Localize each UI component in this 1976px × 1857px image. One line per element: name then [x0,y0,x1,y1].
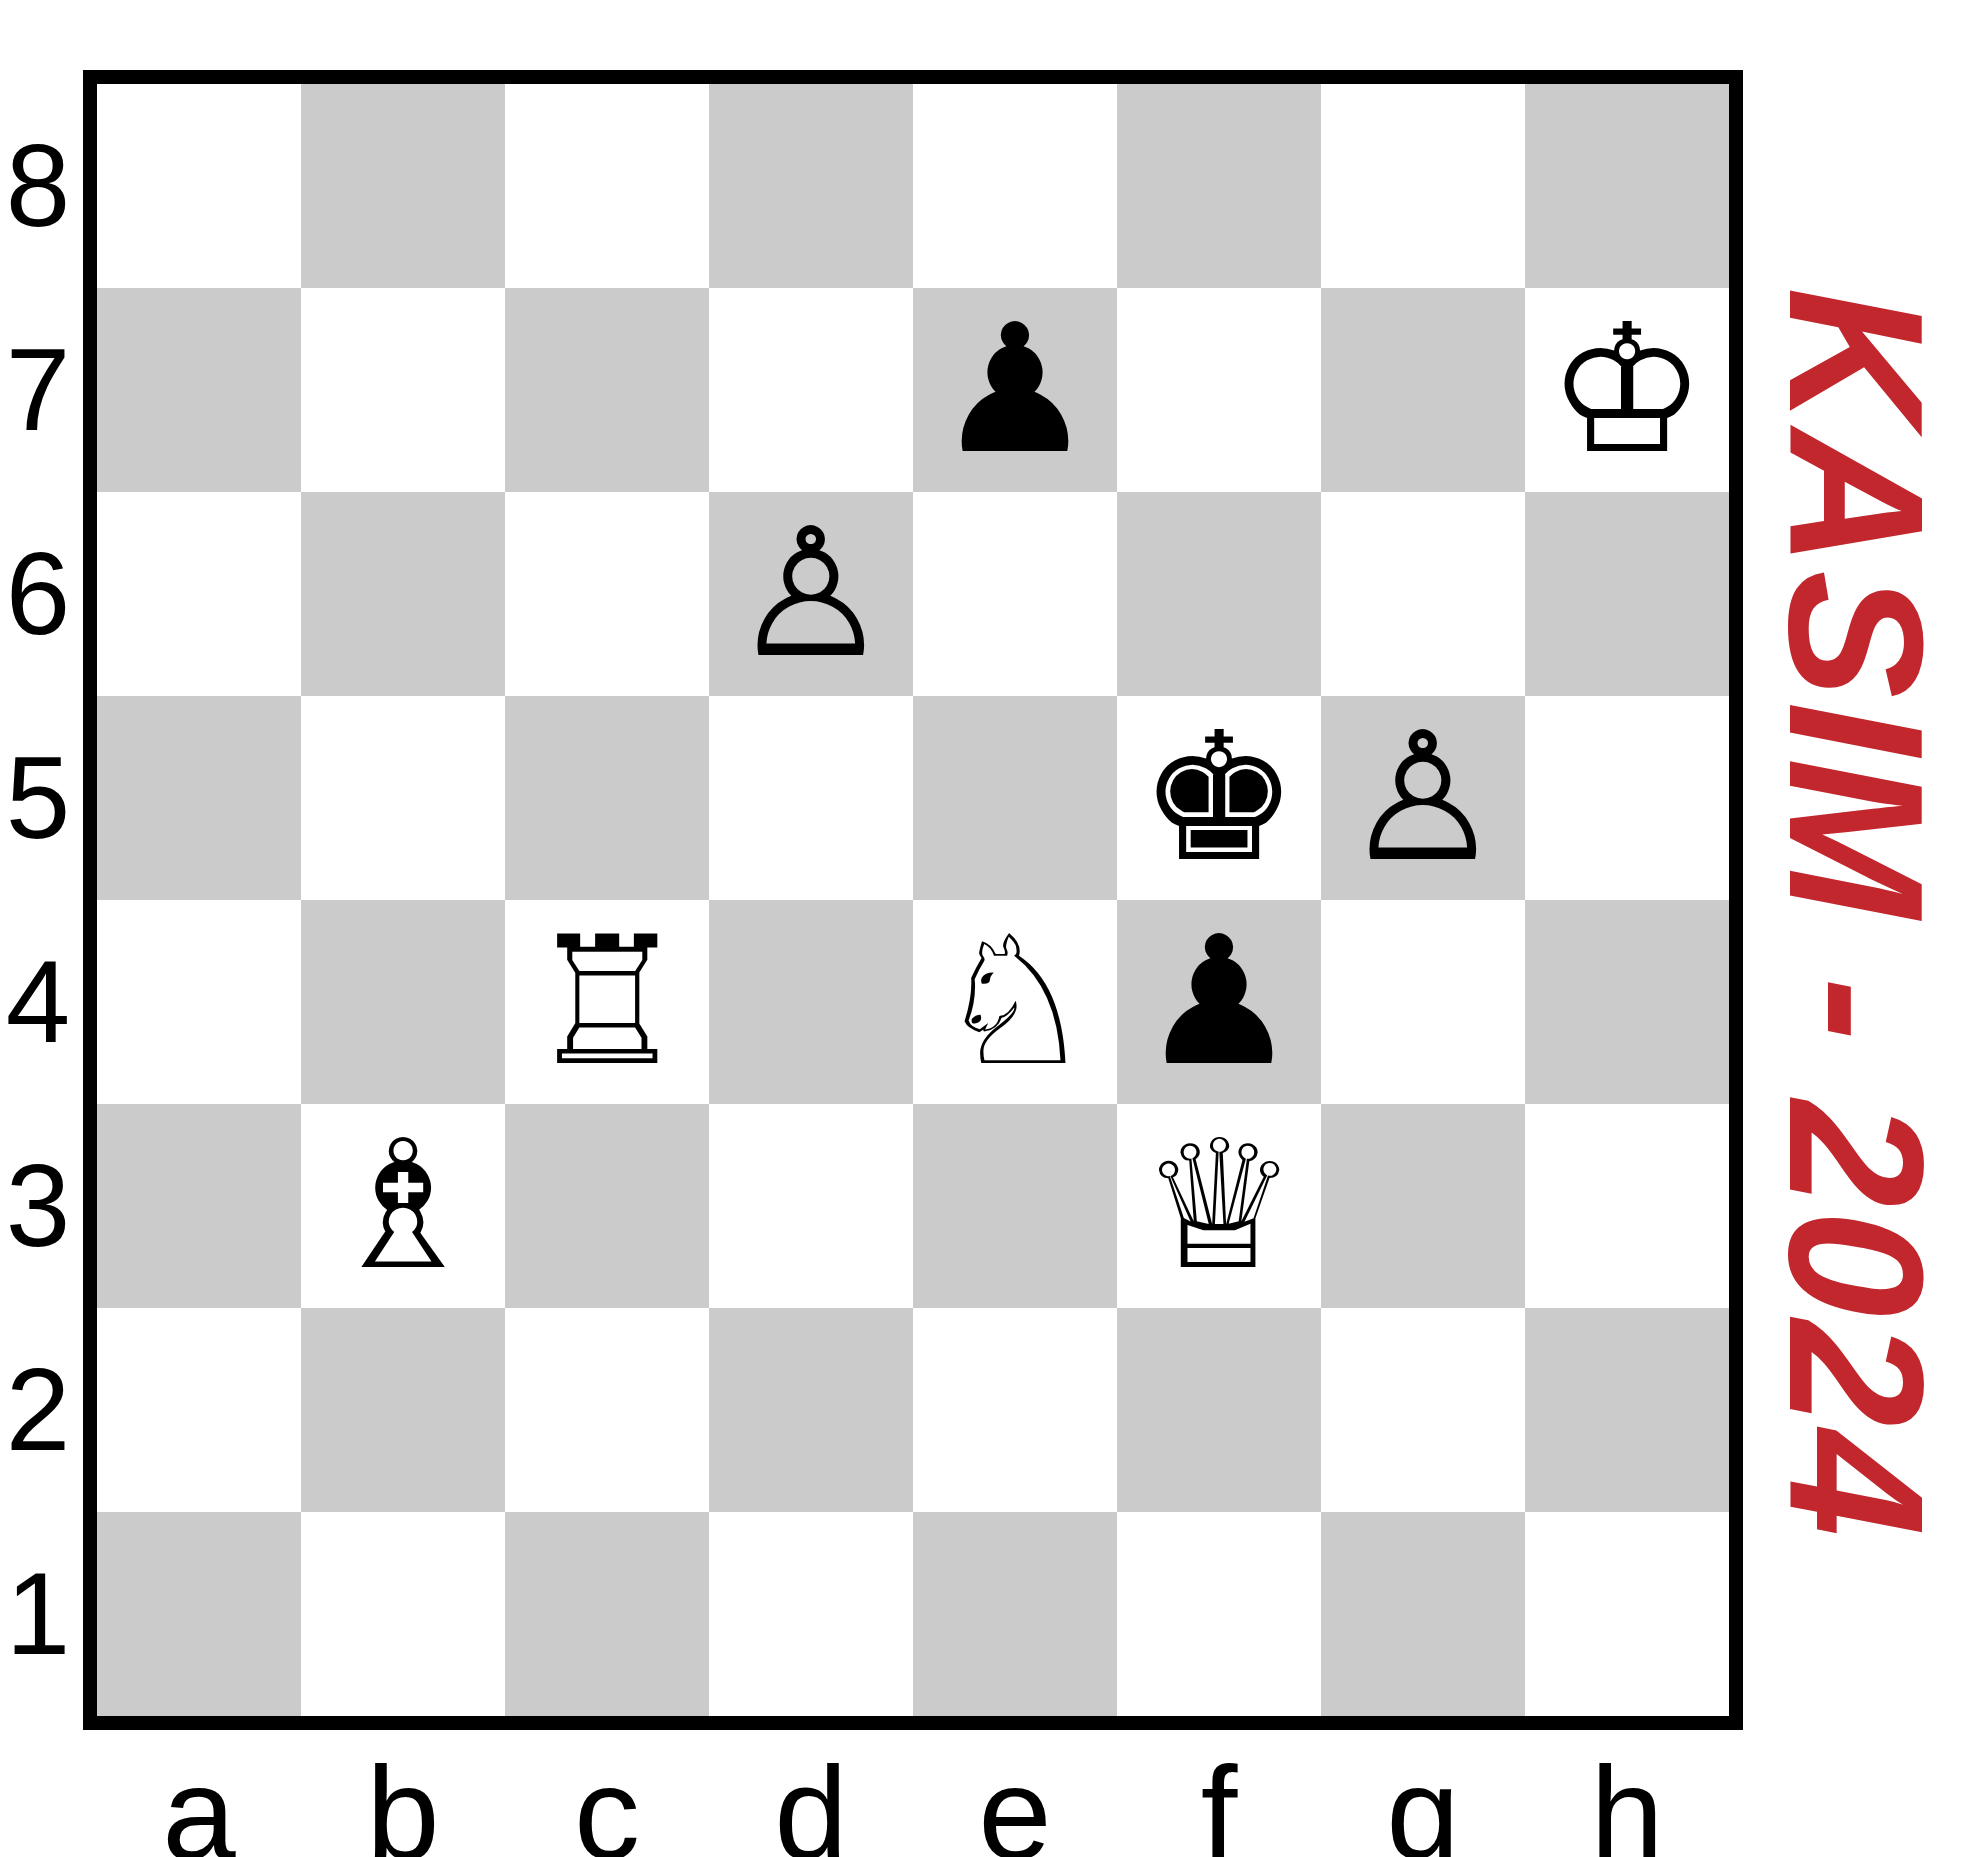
square-f5[interactable]: ♚ [1117,696,1321,900]
square-e8[interactable] [913,84,1117,288]
square-b8[interactable] [301,84,505,288]
square-h5[interactable] [1525,696,1729,900]
rank-label-5: 5 [0,740,76,856]
square-e1[interactable] [913,1512,1117,1716]
composer-annotation: KASIM - 2024 [1760,287,1952,1539]
square-g1[interactable] [1321,1512,1525,1716]
white-pawn-piece: ♙ [1343,696,1503,900]
square-g7[interactable] [1321,288,1525,492]
square-b5[interactable] [301,696,505,900]
square-g3[interactable] [1321,1104,1525,1308]
black-king-piece: ♚ [1139,696,1299,900]
square-b6[interactable] [301,492,505,696]
rank-label-3: 3 [0,1148,76,1264]
square-b3[interactable]: ♗ [301,1104,505,1308]
square-h6[interactable] [1525,492,1729,696]
square-g2[interactable] [1321,1308,1525,1512]
square-a5[interactable] [97,696,301,900]
file-label-b: b [301,1748,505,1857]
white-bishop-piece: ♗ [323,1104,483,1308]
rank-label-1: 1 [0,1556,76,1672]
square-c4[interactable]: ♖ [505,900,709,1104]
rank-label-8: 8 [0,128,76,244]
square-f7[interactable] [1117,288,1321,492]
square-d5[interactable] [709,696,913,900]
square-h2[interactable] [1525,1308,1729,1512]
square-c8[interactable] [505,84,709,288]
square-b7[interactable] [301,288,505,492]
square-c3[interactable] [505,1104,709,1308]
file-label-e: e [913,1748,1117,1857]
file-label-d: d [709,1748,913,1857]
square-c5[interactable] [505,696,709,900]
square-c2[interactable] [505,1308,709,1512]
square-f4[interactable]: ♟ [1117,900,1321,1104]
square-a8[interactable] [97,84,301,288]
chess-diagram-page: ♟♔♙♚♙♖♘♟♗♕ 87654321 abcdefgh KASIM - 202… [0,0,1976,1857]
file-label-g: g [1321,1748,1525,1857]
square-e3[interactable] [913,1104,1117,1308]
square-g8[interactable] [1321,84,1525,288]
square-h7[interactable]: ♔ [1525,288,1729,492]
square-h8[interactable] [1525,84,1729,288]
square-d1[interactable] [709,1512,913,1716]
chess-board: ♟♔♙♚♙♖♘♟♗♕ [83,70,1743,1730]
file-label-h: h [1525,1748,1729,1857]
square-b2[interactable] [301,1308,505,1512]
square-d8[interactable] [709,84,913,288]
white-pawn-piece: ♙ [731,492,891,696]
square-h4[interactable] [1525,900,1729,1104]
square-d7[interactable] [709,288,913,492]
file-label-a: a [97,1748,301,1857]
white-rook-piece: ♖ [527,900,687,1104]
square-e7[interactable]: ♟ [913,288,1117,492]
square-b1[interactable] [301,1512,505,1716]
rank-label-6: 6 [0,536,76,652]
rank-label-2: 2 [0,1352,76,1468]
square-c1[interactable] [505,1512,709,1716]
square-f3[interactable]: ♕ [1117,1104,1321,1308]
square-d3[interactable] [709,1104,913,1308]
square-d4[interactable] [709,900,913,1104]
square-e2[interactable] [913,1308,1117,1512]
file-label-c: c [505,1748,709,1857]
black-pawn-piece: ♟ [935,288,1095,492]
square-h3[interactable] [1525,1104,1729,1308]
white-knight-piece: ♘ [935,900,1095,1104]
square-h1[interactable] [1525,1512,1729,1716]
square-e5[interactable] [913,696,1117,900]
square-e4[interactable]: ♘ [913,900,1117,1104]
square-f6[interactable] [1117,492,1321,696]
square-c6[interactable] [505,492,709,696]
rank-label-4: 4 [0,944,76,1060]
square-d2[interactable] [709,1308,913,1512]
white-queen-piece: ♕ [1139,1104,1299,1308]
square-a1[interactable] [97,1512,301,1716]
square-a2[interactable] [97,1308,301,1512]
square-e6[interactable] [913,492,1117,696]
square-c7[interactable] [505,288,709,492]
square-a4[interactable] [97,900,301,1104]
white-king-piece: ♔ [1547,288,1707,492]
file-label-f: f [1117,1748,1321,1857]
square-g5[interactable]: ♙ [1321,696,1525,900]
square-d6[interactable]: ♙ [709,492,913,696]
square-f1[interactable] [1117,1512,1321,1716]
rank-label-7: 7 [0,332,76,448]
square-f2[interactable] [1117,1308,1321,1512]
square-a7[interactable] [97,288,301,492]
square-b4[interactable] [301,900,505,1104]
black-pawn-piece: ♟ [1139,900,1299,1104]
square-a3[interactable] [97,1104,301,1308]
square-g6[interactable] [1321,492,1525,696]
square-g4[interactable] [1321,900,1525,1104]
square-a6[interactable] [97,492,301,696]
square-f8[interactable] [1117,84,1321,288]
